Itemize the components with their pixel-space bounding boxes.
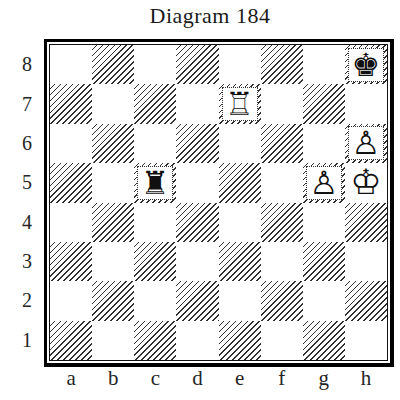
square-h2 <box>345 281 387 320</box>
square-a2 <box>50 281 92 320</box>
square-g5: ♙ <box>303 163 345 202</box>
rank-label-1: 1 <box>16 321 38 360</box>
piece-halo-h6: ♙ <box>348 126 384 160</box>
piece-halo-g5: ♙ <box>306 166 342 200</box>
square-c8 <box>134 45 176 84</box>
square-a3 <box>50 242 92 281</box>
square-g3 <box>303 242 345 281</box>
file-label-d: d <box>176 366 218 391</box>
square-d8 <box>176 45 218 84</box>
square-g4 <box>303 203 345 242</box>
square-a1 <box>50 321 92 360</box>
square-c1 <box>134 321 176 360</box>
piece-halo-c5: ♜ <box>137 166 173 200</box>
rank-label-2: 2 <box>16 281 38 320</box>
square-d1 <box>176 321 218 360</box>
file-label-h: h <box>345 366 387 391</box>
square-b8 <box>92 45 134 84</box>
square-g1 <box>303 321 345 360</box>
square-a8 <box>50 45 92 84</box>
square-d5 <box>176 163 218 202</box>
square-c4 <box>134 203 176 242</box>
square-g2 <box>303 281 345 320</box>
square-b4 <box>92 203 134 242</box>
square-d6 <box>176 124 218 163</box>
diagram-title: Diagram 184 <box>18 3 400 29</box>
square-g7 <box>303 84 345 123</box>
rank-label-8: 8 <box>16 45 38 84</box>
chess-board: ♚♖♙♜♙♔ <box>44 39 394 367</box>
piece-halo-e7: ♖ <box>222 87 258 121</box>
square-e3 <box>219 242 261 281</box>
square-b7 <box>92 84 134 123</box>
square-d2 <box>176 281 218 320</box>
square-c5: ♜ <box>134 163 176 202</box>
square-a6 <box>50 124 92 163</box>
chess-diagram-page: Diagram 184 87654321 ♚♖♙♜♙♔ abcdefgh <box>0 0 400 400</box>
rank-labels: 87654321 <box>16 45 38 360</box>
square-c2 <box>134 281 176 320</box>
square-e1 <box>219 321 261 360</box>
square-f5 <box>261 163 303 202</box>
square-c6 <box>134 124 176 163</box>
rank-label-5: 5 <box>16 163 38 202</box>
square-h1 <box>345 321 387 360</box>
square-f3 <box>261 242 303 281</box>
square-h7 <box>345 84 387 123</box>
square-f6 <box>261 124 303 163</box>
square-h8: ♚ <box>345 45 387 84</box>
square-g8 <box>303 45 345 84</box>
square-b3 <box>92 242 134 281</box>
board-inner-border: ♚♖♙♜♙♔ <box>49 44 388 361</box>
square-d3 <box>176 242 218 281</box>
square-f7 <box>261 84 303 123</box>
square-a7 <box>50 84 92 123</box>
file-label-b: b <box>92 366 134 391</box>
square-d7 <box>176 84 218 123</box>
white-pawn-piece-g5: ♙ <box>309 167 338 199</box>
white-king-piece-h5: ♔ <box>350 165 381 200</box>
square-f8 <box>261 45 303 84</box>
square-e7: ♖ <box>219 84 261 123</box>
square-b1 <box>92 321 134 360</box>
rank-label-3: 3 <box>16 242 38 281</box>
square-a4 <box>50 203 92 242</box>
file-labels: abcdefgh <box>50 366 387 391</box>
rank-label-7: 7 <box>16 84 38 123</box>
square-b5 <box>92 163 134 202</box>
square-h5: ♔ <box>345 163 387 202</box>
square-f1 <box>261 321 303 360</box>
square-c3 <box>134 242 176 281</box>
square-b2 <box>92 281 134 320</box>
square-e5 <box>219 163 261 202</box>
square-e4 <box>219 203 261 242</box>
square-f4 <box>261 203 303 242</box>
file-label-e: e <box>219 366 261 391</box>
square-h6: ♙ <box>345 124 387 163</box>
square-e8 <box>219 45 261 84</box>
board-grid: ♚♖♙♜♙♔ <box>50 45 387 360</box>
rank-label-4: 4 <box>16 203 38 242</box>
square-g6 <box>303 124 345 163</box>
square-a5 <box>50 163 92 202</box>
black-rook-piece-c5: ♜ <box>141 167 170 199</box>
file-label-g: g <box>303 366 345 391</box>
file-label-c: c <box>134 366 176 391</box>
file-label-f: f <box>261 366 303 391</box>
square-e6 <box>219 124 261 163</box>
square-h3 <box>345 242 387 281</box>
black-king-piece-h8: ♚ <box>352 49 381 81</box>
rank-label-6: 6 <box>16 124 38 163</box>
square-f2 <box>261 281 303 320</box>
square-c7 <box>134 84 176 123</box>
piece-halo-h8: ♚ <box>348 48 384 82</box>
square-b6 <box>92 124 134 163</box>
white-pawn-piece-h6: ♙ <box>352 127 381 159</box>
white-rook-piece-e7: ♖ <box>225 88 254 120</box>
square-e2 <box>219 281 261 320</box>
square-h4 <box>345 203 387 242</box>
square-d4 <box>176 203 218 242</box>
file-label-a: a <box>50 366 92 391</box>
